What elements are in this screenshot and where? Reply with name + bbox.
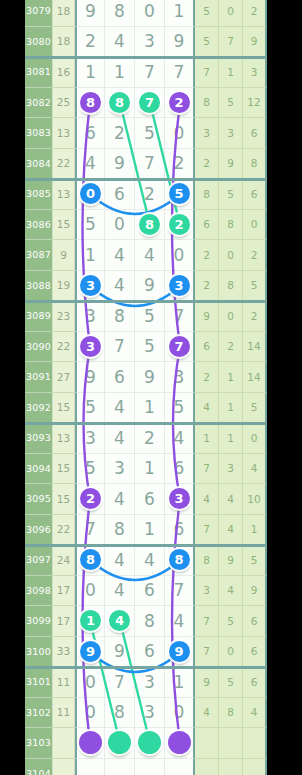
draw-id-cell: 3090 [25, 332, 53, 363]
stat-cell: 2 [195, 362, 219, 393]
stat-cell: 1 [219, 393, 243, 424]
digit-cell: 2 [75, 27, 105, 58]
draw-row: 3099171484756 [25, 606, 267, 637]
sum-cell: 15 [53, 454, 75, 485]
digit-cell [165, 759, 195, 775]
stat-cell: 2 [219, 332, 243, 363]
stat-cell: 8 [195, 179, 219, 210]
digit-cell: 4 [105, 484, 135, 515]
digit-cell: 4 [135, 240, 165, 271]
stat-cell: 0 [243, 210, 267, 241]
draw-id-cell: 3094 [25, 454, 53, 485]
draw-row: 3102110830484 [25, 698, 267, 729]
marked-digit: 1 [80, 610, 101, 631]
stat-cell: 10 [243, 484, 267, 515]
marked-digit: 3 [80, 275, 101, 296]
sum-cell: 18 [53, 0, 75, 27]
digit-cell: 9 [135, 271, 165, 302]
stat-cell: 0 [219, 240, 243, 271]
stat-cell: 6 [195, 210, 219, 241]
prediction-dot [138, 731, 161, 754]
draw-id-cell: 3081 [25, 57, 53, 88]
draw-id-cell: 3095 [25, 484, 53, 515]
sum-cell [53, 728, 75, 759]
digit-cell: 4 [75, 149, 105, 180]
digit-cell [105, 759, 135, 775]
digit-cell [75, 759, 105, 775]
draw-id-cell: 3091 [25, 362, 53, 393]
digit-cell: 5 [75, 210, 105, 241]
digit-cell: 1 [105, 57, 135, 88]
digit-cell: 8 [75, 88, 105, 119]
stat-cell: 6 [243, 118, 267, 149]
sum-cell: 13 [53, 179, 75, 210]
digit-cell: 6 [75, 118, 105, 149]
digit-cell: 2 [105, 118, 135, 149]
stat-cell: 1 [219, 423, 243, 454]
draw-id-cell: 3079 [25, 0, 53, 27]
digit-cell: 2 [135, 179, 165, 210]
draw-id-cell: 3097 [25, 545, 53, 576]
stat-cell [219, 759, 243, 775]
digit-cell: 5 [135, 301, 165, 332]
stat-cell: 1 [195, 423, 219, 454]
draw-id-cell: 3098 [25, 576, 53, 607]
stat-cell: 4 [243, 454, 267, 485]
stat-cell: 7 [195, 454, 219, 485]
digit-cell: 6 [165, 515, 195, 546]
draw-row: 3089233857902 [25, 301, 267, 332]
draw-row: 3096227816741 [25, 515, 267, 546]
draw-row: 3081161177713 [25, 57, 267, 88]
draw-row: 3103 [25, 728, 267, 759]
draw-id-cell: 3104 [25, 759, 53, 775]
stat-cell: 9 [219, 149, 243, 180]
digit-cell: 8 [135, 606, 165, 637]
draw-row: 308791440202 [25, 240, 267, 271]
stat-cell: 8 [243, 149, 267, 180]
digit-cell: 7 [135, 149, 165, 180]
digit-cell: 7 [135, 57, 165, 88]
stat-cell: 5 [195, 0, 219, 27]
digit-cell: 4 [105, 423, 135, 454]
sum-cell [53, 759, 75, 775]
stat-cell: 9 [219, 545, 243, 576]
digit-cell: 4 [105, 27, 135, 58]
stat-cell: 0 [219, 637, 243, 668]
digit-cell [75, 728, 105, 759]
digit-cell: 3 [165, 271, 195, 302]
marked-digit: 9 [169, 641, 190, 662]
digit-cell: 3 [165, 484, 195, 515]
draw-id-cell: 3082 [25, 88, 53, 119]
digit-cell: 0 [165, 118, 195, 149]
digit-cell: 7 [165, 576, 195, 607]
digit-cell: 0 [75, 667, 105, 698]
digit-cell: 2 [165, 88, 195, 119]
digit-cell: 8 [135, 210, 165, 241]
digit-cell: 2 [75, 484, 105, 515]
draw-id-cell: 3088 [25, 271, 53, 302]
digit-cell: 2 [165, 149, 195, 180]
draw-row: 3104 [25, 759, 267, 775]
marked-digit: 2 [169, 214, 190, 235]
digit-cell: 5 [135, 118, 165, 149]
digit-cell: 4 [165, 606, 195, 637]
draw-id-cell: 3083 [25, 118, 53, 149]
digit-cell: 7 [165, 301, 195, 332]
digit-cell: 1 [135, 393, 165, 424]
chart-rows: 3079189801502308018243957930811611777133… [25, 0, 267, 775]
draw-id-cell: 3100 [25, 637, 53, 668]
digit-cell: 8 [105, 0, 135, 27]
stat-cell: 6 [243, 179, 267, 210]
digit-cell: 4 [135, 545, 165, 576]
draw-id-cell: 3093 [25, 423, 53, 454]
digit-cell: 0 [165, 698, 195, 729]
stat-cell: 3 [219, 118, 243, 149]
stat-cell: 2 [243, 301, 267, 332]
digit-cell [135, 759, 165, 775]
digit-cell: 4 [105, 545, 135, 576]
draw-row: 3083136250336 [25, 118, 267, 149]
digit-cell: 4 [105, 393, 135, 424]
digit-cell: 4 [105, 576, 135, 607]
digit-cell: 1 [135, 454, 165, 485]
digit-cell: 2 [165, 210, 195, 241]
digit-cell: 9 [105, 637, 135, 668]
digit-cell: 9 [75, 637, 105, 668]
digit-cell: 1 [75, 606, 105, 637]
stat-cell: 3 [195, 118, 219, 149]
stat-cell: 8 [219, 271, 243, 302]
sum-cell: 22 [53, 515, 75, 546]
digit-cell: 3 [135, 698, 165, 729]
stat-cell: 7 [195, 515, 219, 546]
digit-cell: 7 [105, 667, 135, 698]
draw-row: 3098170467349 [25, 576, 267, 607]
sum-cell: 16 [53, 57, 75, 88]
stat-cell: 2 [243, 240, 267, 271]
draw-row: 3100339969706 [25, 637, 267, 668]
sum-cell: 15 [53, 393, 75, 424]
stat-cell [195, 759, 219, 775]
digit-cell: 9 [135, 362, 165, 393]
stat-cell: 9 [195, 301, 219, 332]
digit-cell: 6 [135, 484, 165, 515]
stat-cell: 4 [243, 698, 267, 729]
stat-cell: 7 [195, 637, 219, 668]
draw-row: 30912796932114 [25, 362, 267, 393]
digit-cell: 8 [105, 698, 135, 729]
stat-cell: 8 [195, 545, 219, 576]
stat-cell: 6 [195, 332, 219, 363]
stat-cell: 14 [243, 362, 267, 393]
stat-cell: 7 [219, 27, 243, 58]
digit-cell: 8 [165, 545, 195, 576]
digit-cell: 5 [135, 332, 165, 363]
sum-cell: 22 [53, 149, 75, 180]
stat-cell: 9 [243, 576, 267, 607]
sum-cell: 19 [53, 271, 75, 302]
stat-cell: 8 [219, 210, 243, 241]
draw-row: 3085130625856 [25, 179, 267, 210]
digit-cell: 5 [165, 393, 195, 424]
stat-cell: 1 [243, 515, 267, 546]
stat-cell: 14 [243, 332, 267, 363]
stat-cell [243, 728, 267, 759]
digit-cell: 3 [75, 301, 105, 332]
digit-cell: 7 [105, 332, 135, 363]
draw-row: 3080182439579 [25, 27, 267, 58]
stat-cell: 3 [243, 57, 267, 88]
stat-cell: 4 [195, 484, 219, 515]
stat-cell: 4 [219, 576, 243, 607]
stat-cell: 5 [219, 667, 243, 698]
draw-row: 3101110731956 [25, 667, 267, 698]
stat-cell: 5 [219, 88, 243, 119]
digit-cell: 9 [105, 149, 135, 180]
sum-cell: 18 [53, 27, 75, 58]
draw-id-cell: 3089 [25, 301, 53, 332]
digit-cell: 9 [75, 362, 105, 393]
sum-cell: 11 [53, 698, 75, 729]
stat-cell: 4 [219, 484, 243, 515]
digit-cell: 6 [135, 576, 165, 607]
marked-digit: 0 [80, 183, 101, 204]
stat-cell: 0 [219, 301, 243, 332]
digit-cell: 3 [135, 27, 165, 58]
sum-cell: 13 [53, 118, 75, 149]
sum-cell: 9 [53, 240, 75, 271]
prediction-dot [79, 731, 102, 754]
stat-cell: 7 [195, 606, 219, 637]
stat-cell: 5 [219, 179, 243, 210]
sum-cell: 24 [53, 545, 75, 576]
marked-digit: 3 [80, 336, 101, 357]
stat-cell: 5 [243, 393, 267, 424]
digit-cell: 5 [165, 179, 195, 210]
digit-cell: 3 [75, 271, 105, 302]
stat-cell: 8 [195, 88, 219, 119]
draw-id-cell: 3096 [25, 515, 53, 546]
digit-cell: 0 [135, 0, 165, 27]
digit-cell: 0 [75, 576, 105, 607]
sum-cell: 17 [53, 576, 75, 607]
digit-cell: 4 [165, 423, 195, 454]
digit-cell: 8 [105, 301, 135, 332]
draw-row: 3088193493285 [25, 271, 267, 302]
sum-cell: 23 [53, 301, 75, 332]
digit-cell: 2 [135, 423, 165, 454]
digit-cell: 7 [135, 88, 165, 119]
draw-row: 3097248448895 [25, 545, 267, 576]
marked-digit: 3 [169, 488, 190, 509]
digit-cell: 1 [165, 0, 195, 27]
draw-row: 3079189801502 [25, 0, 267, 27]
marked-digit: 8 [169, 549, 190, 570]
sum-cell: 25 [53, 88, 75, 119]
marked-digit: 7 [169, 336, 190, 357]
digit-cell: 1 [165, 667, 195, 698]
draw-id-cell: 3099 [25, 606, 53, 637]
draw-id-cell: 3084 [25, 149, 53, 180]
marked-digit: 7 [139, 92, 160, 113]
stat-cell: 6 [243, 637, 267, 668]
stat-cell: 5 [219, 606, 243, 637]
stat-cell: 4 [195, 393, 219, 424]
stat-cell: 2 [195, 240, 219, 271]
marked-digit: 3 [169, 275, 190, 296]
digit-cell: 4 [105, 606, 135, 637]
marked-digit: 5 [169, 183, 190, 204]
digit-cell: 0 [105, 210, 135, 241]
marked-digit: 2 [169, 92, 190, 113]
draw-row: 3093133424110 [25, 423, 267, 454]
marked-digit: 8 [109, 92, 130, 113]
digit-cell: 6 [105, 362, 135, 393]
stat-cell: 2 [195, 149, 219, 180]
marked-digit: 8 [80, 92, 101, 113]
digit-cell: 3 [135, 667, 165, 698]
draw-row: 30951524634410 [25, 484, 267, 515]
marked-digit: 8 [80, 549, 101, 570]
marked-digit: 8 [139, 214, 160, 235]
stat-cell: 1 [219, 57, 243, 88]
digit-cell: 8 [105, 515, 135, 546]
draw-row: 3084224972298 [25, 149, 267, 180]
stat-cell: 5 [243, 271, 267, 302]
draw-row: 3092155415415 [25, 393, 267, 424]
stat-cell: 3 [195, 576, 219, 607]
stat-cell: 1 [219, 362, 243, 393]
draw-id-cell: 3102 [25, 698, 53, 729]
marked-digit: 9 [80, 641, 101, 662]
digit-cell: 3 [105, 454, 135, 485]
stat-cell: 2 [243, 0, 267, 27]
stat-cell: 5 [195, 27, 219, 58]
stat-cell: 0 [219, 0, 243, 27]
digit-cell: 5 [75, 393, 105, 424]
digit-cell: 0 [75, 698, 105, 729]
sum-cell: 22 [53, 332, 75, 363]
sum-cell: 27 [53, 362, 75, 393]
digit-cell: 4 [105, 240, 135, 271]
sum-cell: 33 [53, 637, 75, 668]
digit-cell: 8 [75, 545, 105, 576]
digit-cell: 6 [165, 454, 195, 485]
sum-cell: 13 [53, 423, 75, 454]
draw-row: 30902237576214 [25, 332, 267, 363]
sum-cell: 15 [53, 210, 75, 241]
stat-cell: 2 [195, 271, 219, 302]
marked-digit: 2 [80, 488, 101, 509]
stat-cell: 3 [219, 454, 243, 485]
stat-cell: 9 [195, 667, 219, 698]
trend-chart-screen: 3079189801502308018243957930811611777133… [0, 0, 302, 775]
digit-cell [135, 728, 165, 759]
digit-cell: 9 [165, 27, 195, 58]
digit-cell [105, 728, 135, 759]
digit-cell: 7 [165, 57, 195, 88]
digit-cell: 0 [165, 240, 195, 271]
stat-cell [243, 759, 267, 775]
stat-cell: 6 [243, 667, 267, 698]
digit-cell: 9 [165, 637, 195, 668]
draw-id-cell: 3101 [25, 667, 53, 698]
digit-cell: 9 [75, 0, 105, 27]
draw-id-cell: 3103 [25, 728, 53, 759]
digit-cell: 6 [135, 637, 165, 668]
digit-cell: 3 [75, 423, 105, 454]
draw-id-cell: 3080 [25, 27, 53, 58]
draw-row: 3086155082680 [25, 210, 267, 241]
stat-cell: 4 [195, 698, 219, 729]
digit-cell: 7 [75, 515, 105, 546]
sum-cell: 11 [53, 667, 75, 698]
stat-cell: 6 [243, 606, 267, 637]
stat-cell: 12 [243, 88, 267, 119]
digit-cell: 5 [75, 454, 105, 485]
digit-cell [165, 728, 195, 759]
draw-id-cell: 3092 [25, 393, 53, 424]
draw-id-cell: 3085 [25, 179, 53, 210]
prediction-dot [168, 731, 191, 754]
draw-id-cell: 3087 [25, 240, 53, 271]
stat-cell: 7 [195, 57, 219, 88]
draw-id-cell: 3086 [25, 210, 53, 241]
trend-chart-table: 3079189801502308018243957930811611777133… [25, 0, 267, 775]
digit-cell: 3 [75, 332, 105, 363]
digit-cell: 1 [75, 57, 105, 88]
digit-cell: 1 [75, 240, 105, 271]
draw-row: 3094155316734 [25, 454, 267, 485]
stat-cell [219, 728, 243, 759]
sum-cell: 17 [53, 606, 75, 637]
prediction-dot [108, 731, 131, 754]
stat-cell: 5 [243, 545, 267, 576]
stat-cell: 0 [243, 423, 267, 454]
digit-cell: 8 [105, 88, 135, 119]
digit-cell: 0 [75, 179, 105, 210]
stat-cell: 4 [219, 515, 243, 546]
sum-cell: 15 [53, 484, 75, 515]
digit-cell: 3 [165, 362, 195, 393]
digit-cell: 7 [165, 332, 195, 363]
stat-cell: 8 [219, 698, 243, 729]
marked-digit: 4 [109, 610, 130, 631]
digit-cell: 6 [105, 179, 135, 210]
stat-cell: 9 [243, 27, 267, 58]
stat-cell [195, 728, 219, 759]
draw-row: 30822588728512 [25, 88, 267, 119]
digit-cell: 4 [105, 271, 135, 302]
digit-cell: 1 [135, 515, 165, 546]
